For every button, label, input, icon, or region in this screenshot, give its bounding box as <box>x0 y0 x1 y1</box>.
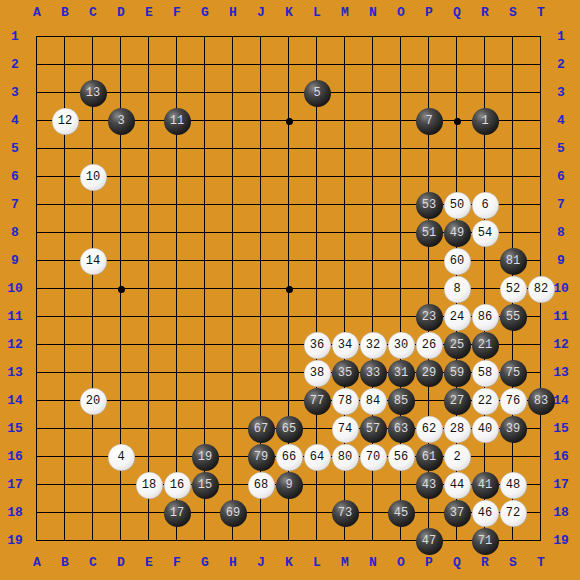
board-cell-B2[interactable] <box>51 51 79 79</box>
board-cell-E11[interactable] <box>135 303 163 331</box>
board-cell-D12[interactable] <box>107 331 135 359</box>
board-cell-E13[interactable] <box>135 359 163 387</box>
stone-move-number: 3 <box>117 108 124 135</box>
column-label-A: A <box>23 3 51 23</box>
board-cell-H8[interactable] <box>219 219 247 247</box>
board-cell-S6[interactable] <box>499 163 527 191</box>
board-cell-B15[interactable] <box>51 415 79 443</box>
board-cell-J10[interactable] <box>247 275 275 303</box>
board-cell-J19[interactable] <box>247 527 275 555</box>
board-cell-G14[interactable] <box>191 387 219 415</box>
board-cell-N19[interactable] <box>359 527 387 555</box>
board-cell-H12[interactable] <box>219 331 247 359</box>
board-cell-B17[interactable] <box>51 471 79 499</box>
column-label-N: N <box>359 553 387 573</box>
board-cell-J11[interactable] <box>247 303 275 331</box>
board-cell-K9[interactable] <box>275 247 303 275</box>
board-cell-A5[interactable] <box>23 135 51 163</box>
board-cell-C4[interactable] <box>79 107 107 135</box>
board-cell-G10[interactable] <box>191 275 219 303</box>
board-cell-D1[interactable] <box>107 23 135 51</box>
board-cell-H17[interactable] <box>219 471 247 499</box>
board-cell-S19[interactable] <box>499 527 527 555</box>
board-cell-G13[interactable] <box>191 359 219 387</box>
board-cell-M7[interactable] <box>331 191 359 219</box>
board-cell-L17[interactable] <box>303 471 331 499</box>
stone-move-number: 12 <box>58 108 72 135</box>
board-cell-L8[interactable] <box>303 219 331 247</box>
board-cell-G7[interactable] <box>191 191 219 219</box>
board-cell-B16[interactable] <box>51 443 79 471</box>
board-cell-M5[interactable] <box>331 135 359 163</box>
board-cell-Q3[interactable] <box>443 79 471 107</box>
board-cell-G4[interactable] <box>191 107 219 135</box>
board-cell-P14[interactable] <box>415 387 443 415</box>
board-cell-A11[interactable] <box>23 303 51 331</box>
board-cell-O11[interactable] <box>387 303 415 331</box>
board-cell-F1[interactable] <box>163 23 191 51</box>
board-cell-B18[interactable] <box>51 499 79 527</box>
board-cell-A18[interactable] <box>23 499 51 527</box>
board-cell-E10[interactable] <box>135 275 163 303</box>
board-cell-T5[interactable] <box>527 135 555 163</box>
board-cell-H11[interactable] <box>219 303 247 331</box>
board-cell-S2[interactable] <box>499 51 527 79</box>
board-cell-O19[interactable] <box>387 527 415 555</box>
board-cell-F10[interactable] <box>163 275 191 303</box>
board-cell-E9[interactable] <box>135 247 163 275</box>
board-cell-T6[interactable] <box>527 163 555 191</box>
board-cell-D15[interactable] <box>107 415 135 443</box>
board-cell-M11[interactable] <box>331 303 359 331</box>
board-cell-B13[interactable] <box>51 359 79 387</box>
board-cell-C7[interactable] <box>79 191 107 219</box>
board-cell-F11[interactable] <box>163 303 191 331</box>
board-cell-T13[interactable] <box>527 359 555 387</box>
board-cell-N10[interactable] <box>359 275 387 303</box>
board-cell-O1[interactable] <box>387 23 415 51</box>
board-cell-R6[interactable] <box>471 163 499 191</box>
board-cell-F6[interactable] <box>163 163 191 191</box>
board-cell-L7[interactable] <box>303 191 331 219</box>
board-cell-R5[interactable] <box>471 135 499 163</box>
board-cell-T11[interactable] <box>527 303 555 331</box>
board-cell-T19[interactable] <box>527 527 555 555</box>
board-cell-J14[interactable] <box>247 387 275 415</box>
board-cell-N18[interactable] <box>359 499 387 527</box>
board-cell-O5[interactable] <box>387 135 415 163</box>
board-cell-F19[interactable] <box>163 527 191 555</box>
board-cell-P5[interactable] <box>415 135 443 163</box>
board-cell-G2[interactable] <box>191 51 219 79</box>
stone-move-number: 11 <box>170 108 184 135</box>
board-cell-H10[interactable] <box>219 275 247 303</box>
stone-white-P15: 62 <box>416 416 443 443</box>
board-cell-A10[interactable] <box>23 275 51 303</box>
board-cell-E8[interactable] <box>135 219 163 247</box>
board-cell-L6[interactable] <box>303 163 331 191</box>
board-cell-L10[interactable] <box>303 275 331 303</box>
board-cell-O10[interactable] <box>387 275 415 303</box>
board-cell-B9[interactable] <box>51 247 79 275</box>
stone-white-Q11: 24 <box>444 304 471 331</box>
board-cell-M6[interactable] <box>331 163 359 191</box>
board-cell-H7[interactable] <box>219 191 247 219</box>
board-cell-K1[interactable] <box>275 23 303 51</box>
board-cell-C16[interactable] <box>79 443 107 471</box>
board-cell-S7[interactable] <box>499 191 527 219</box>
board-cell-M9[interactable] <box>331 247 359 275</box>
board-cell-D5[interactable] <box>107 135 135 163</box>
board-cell-D17[interactable] <box>107 471 135 499</box>
board-cell-K14[interactable] <box>275 387 303 415</box>
board-cell-N3[interactable] <box>359 79 387 107</box>
board-cell-T16[interactable] <box>527 443 555 471</box>
board-cell-G1[interactable] <box>191 23 219 51</box>
board-cell-C19[interactable] <box>79 527 107 555</box>
board-cell-F2[interactable] <box>163 51 191 79</box>
board-cell-K3[interactable] <box>275 79 303 107</box>
board-cell-T1[interactable] <box>527 23 555 51</box>
board-cell-L5[interactable] <box>303 135 331 163</box>
board-cell-P2[interactable] <box>415 51 443 79</box>
board-cell-N2[interactable] <box>359 51 387 79</box>
board-cell-F9[interactable] <box>163 247 191 275</box>
board-cell-F5[interactable] <box>163 135 191 163</box>
board-cell-E15[interactable] <box>135 415 163 443</box>
board-cell-J4[interactable] <box>247 107 275 135</box>
board-cell-T15[interactable] <box>527 415 555 443</box>
board-cell-N1[interactable] <box>359 23 387 51</box>
board-cell-A12[interactable] <box>23 331 51 359</box>
column-labels-bottom: ABCDEFGHJKLMNOPQRST <box>23 553 555 573</box>
board-cell-P1[interactable] <box>415 23 443 51</box>
board-cell-A8[interactable] <box>23 219 51 247</box>
board-cell-G18[interactable] <box>191 499 219 527</box>
board-cell-T2[interactable] <box>527 51 555 79</box>
board-cell-G3[interactable] <box>191 79 219 107</box>
board-cell-C13[interactable] <box>79 359 107 387</box>
board-cell-B19[interactable] <box>51 527 79 555</box>
board-cell-S16[interactable] <box>499 443 527 471</box>
board-cell-Q2[interactable] <box>443 51 471 79</box>
column-label-B: B <box>51 553 79 573</box>
board-cell-L18[interactable] <box>303 499 331 527</box>
board-cell-F3[interactable] <box>163 79 191 107</box>
board-cell-H2[interactable] <box>219 51 247 79</box>
board-cell-K6[interactable] <box>275 163 303 191</box>
board-cell-P9[interactable] <box>415 247 443 275</box>
board-cell-C10[interactable] <box>79 275 107 303</box>
board-cell-T17[interactable] <box>527 471 555 499</box>
board-cell-R10[interactable] <box>471 275 499 303</box>
board-cell-P6[interactable] <box>415 163 443 191</box>
board-cell-E14[interactable] <box>135 387 163 415</box>
board-cell-F15[interactable] <box>163 415 191 443</box>
board-cell-E5[interactable] <box>135 135 163 163</box>
board-cell-O9[interactable] <box>387 247 415 275</box>
board-cell-E6[interactable] <box>135 163 163 191</box>
board-cell-Q5[interactable] <box>443 135 471 163</box>
board-cell-L1[interactable] <box>303 23 331 51</box>
board-cell-P3[interactable] <box>415 79 443 107</box>
board-cell-T4[interactable] <box>527 107 555 135</box>
board-cell-L15[interactable] <box>303 415 331 443</box>
board-cell-M17[interactable] <box>331 471 359 499</box>
board-cell-O4[interactable] <box>387 107 415 135</box>
board-cell-B14[interactable] <box>51 387 79 415</box>
board-cell-B1[interactable] <box>51 23 79 51</box>
board-cell-A15[interactable] <box>23 415 51 443</box>
stone-move-number: 16 <box>170 472 184 499</box>
board-cell-O3[interactable] <box>387 79 415 107</box>
board-cell-L19[interactable] <box>303 527 331 555</box>
board-cell-E1[interactable] <box>135 23 163 51</box>
board-cell-F13[interactable] <box>163 359 191 387</box>
board-cell-O8[interactable] <box>387 219 415 247</box>
board-cell-A6[interactable] <box>23 163 51 191</box>
stone-move-number: 2 <box>453 444 460 471</box>
board-cell-C11[interactable] <box>79 303 107 331</box>
stone-move-number: 26 <box>422 332 436 359</box>
board-cell-B5[interactable] <box>51 135 79 163</box>
board-cell-H5[interactable] <box>219 135 247 163</box>
board-cell-A13[interactable] <box>23 359 51 387</box>
stone-white-C14: 20 <box>80 388 107 415</box>
board-cell-A3[interactable] <box>23 79 51 107</box>
board-cell-E4[interactable] <box>135 107 163 135</box>
board-cell-H9[interactable] <box>219 247 247 275</box>
board-cell-B3[interactable] <box>51 79 79 107</box>
board-cell-N11[interactable] <box>359 303 387 331</box>
board-cell-B6[interactable] <box>51 163 79 191</box>
board-cell-M10[interactable] <box>331 275 359 303</box>
board-cell-M3[interactable] <box>331 79 359 107</box>
board-cell-C2[interactable] <box>79 51 107 79</box>
board-cell-J3[interactable] <box>247 79 275 107</box>
board-cell-S12[interactable] <box>499 331 527 359</box>
board-cell-N8[interactable] <box>359 219 387 247</box>
board-cell-K18[interactable] <box>275 499 303 527</box>
board-cell-L9[interactable] <box>303 247 331 275</box>
board-cell-M2[interactable] <box>331 51 359 79</box>
board-cell-G8[interactable] <box>191 219 219 247</box>
board-cell-J5[interactable] <box>247 135 275 163</box>
board-cell-H19[interactable] <box>219 527 247 555</box>
stone-black-S11: 55 <box>500 304 527 331</box>
stone-black-S15: 39 <box>500 416 527 443</box>
board-cell-H3[interactable] <box>219 79 247 107</box>
board-cell-J12[interactable] <box>247 331 275 359</box>
board-cell-J13[interactable] <box>247 359 275 387</box>
board-cell-D7[interactable] <box>107 191 135 219</box>
stone-move-number: 6 <box>481 192 488 219</box>
board-cell-A1[interactable] <box>23 23 51 51</box>
board-cell-H6[interactable] <box>219 163 247 191</box>
board-cell-F8[interactable] <box>163 219 191 247</box>
board-cell-M8[interactable] <box>331 219 359 247</box>
board-cell-C15[interactable] <box>79 415 107 443</box>
board-cell-C18[interactable] <box>79 499 107 527</box>
board-cell-D19[interactable] <box>107 527 135 555</box>
board-cell-D11[interactable] <box>107 303 135 331</box>
board-cell-L11[interactable] <box>303 303 331 331</box>
stone-move-number: 81 <box>506 248 520 275</box>
board-cell-S1[interactable] <box>499 23 527 51</box>
board-cell-G19[interactable] <box>191 527 219 555</box>
board-cell-K2[interactable] <box>275 51 303 79</box>
board-cell-K11[interactable] <box>275 303 303 331</box>
board-cell-C12[interactable] <box>79 331 107 359</box>
board-cell-D8[interactable] <box>107 219 135 247</box>
board-cell-J18[interactable] <box>247 499 275 527</box>
board-cell-A19[interactable] <box>23 527 51 555</box>
board-cell-T9[interactable] <box>527 247 555 275</box>
board-cell-O2[interactable] <box>387 51 415 79</box>
board-cell-B10[interactable] <box>51 275 79 303</box>
board-cell-J6[interactable] <box>247 163 275 191</box>
board-cell-C1[interactable] <box>79 23 107 51</box>
board-cell-N5[interactable] <box>359 135 387 163</box>
board-cell-S3[interactable] <box>499 79 527 107</box>
board-cell-P10[interactable] <box>415 275 443 303</box>
board-cell-C5[interactable] <box>79 135 107 163</box>
board-cell-E7[interactable] <box>135 191 163 219</box>
board-cell-T3[interactable] <box>527 79 555 107</box>
board-cell-S4[interactable] <box>499 107 527 135</box>
board-cell-K5[interactable] <box>275 135 303 163</box>
board-cell-N17[interactable] <box>359 471 387 499</box>
board-cell-O17[interactable] <box>387 471 415 499</box>
board-cell-M4[interactable] <box>331 107 359 135</box>
board-cell-D2[interactable] <box>107 51 135 79</box>
board-cell-M19[interactable] <box>331 527 359 555</box>
board-cell-P18[interactable] <box>415 499 443 527</box>
board-cell-D6[interactable] <box>107 163 135 191</box>
stone-white-R18: 46 <box>472 500 499 527</box>
board-cell-E18[interactable] <box>135 499 163 527</box>
board-cell-N9[interactable] <box>359 247 387 275</box>
board-cell-D9[interactable] <box>107 247 135 275</box>
board-cell-K19[interactable] <box>275 527 303 555</box>
board-cell-L2[interactable] <box>303 51 331 79</box>
board-cell-H13[interactable] <box>219 359 247 387</box>
board-cell-H1[interactable] <box>219 23 247 51</box>
board-cell-T7[interactable] <box>527 191 555 219</box>
board-cell-C17[interactable] <box>79 471 107 499</box>
board-cell-F7[interactable] <box>163 191 191 219</box>
board-cell-E19[interactable] <box>135 527 163 555</box>
board-cell-G6[interactable] <box>191 163 219 191</box>
board-cell-Q1[interactable] <box>443 23 471 51</box>
board-cell-F12[interactable] <box>163 331 191 359</box>
board-cell-B7[interactable] <box>51 191 79 219</box>
board-cell-G5[interactable] <box>191 135 219 163</box>
board-cell-A4[interactable] <box>23 107 51 135</box>
board-cell-T8[interactable] <box>527 219 555 247</box>
board-cell-A7[interactable] <box>23 191 51 219</box>
board-cell-L4[interactable] <box>303 107 331 135</box>
board-cell-B12[interactable] <box>51 331 79 359</box>
board-cell-C8[interactable] <box>79 219 107 247</box>
stone-white-R14: 22 <box>472 388 499 415</box>
stone-move-number: 5 <box>313 80 320 107</box>
board-cell-A9[interactable] <box>23 247 51 275</box>
board-cell-J7[interactable] <box>247 191 275 219</box>
board-cell-O6[interactable] <box>387 163 415 191</box>
board-cell-G11[interactable] <box>191 303 219 331</box>
board-cell-H14[interactable] <box>219 387 247 415</box>
board-cell-J8[interactable] <box>247 219 275 247</box>
board-cell-J9[interactable] <box>247 247 275 275</box>
board-cell-J1[interactable] <box>247 23 275 51</box>
stone-black-D4: 3 <box>108 108 135 135</box>
board-cell-R1[interactable] <box>471 23 499 51</box>
board-cell-J2[interactable] <box>247 51 275 79</box>
board-cell-B8[interactable] <box>51 219 79 247</box>
board-cell-F16[interactable] <box>163 443 191 471</box>
board-cell-K7[interactable] <box>275 191 303 219</box>
board-cell-R2[interactable] <box>471 51 499 79</box>
stone-black-J16: 79 <box>248 444 275 471</box>
board-cell-E16[interactable] <box>135 443 163 471</box>
board-cell-K13[interactable] <box>275 359 303 387</box>
board-cell-S5[interactable] <box>499 135 527 163</box>
board-cell-M1[interactable] <box>331 23 359 51</box>
board-cell-R3[interactable] <box>471 79 499 107</box>
board-cell-G12[interactable] <box>191 331 219 359</box>
board-cell-G9[interactable] <box>191 247 219 275</box>
board-cell-H16[interactable] <box>219 443 247 471</box>
board-cell-E12[interactable] <box>135 331 163 359</box>
column-label-A: A <box>23 553 51 573</box>
stone-move-number: 38 <box>310 360 324 387</box>
board-cell-T18[interactable] <box>527 499 555 527</box>
board-cell-D13[interactable] <box>107 359 135 387</box>
board-cell-H4[interactable] <box>219 107 247 135</box>
board-cell-K12[interactable] <box>275 331 303 359</box>
stone-white-T10: 82 <box>528 276 555 303</box>
board-cell-E3[interactable] <box>135 79 163 107</box>
column-label-Q: Q <box>443 553 471 573</box>
board-cell-O7[interactable] <box>387 191 415 219</box>
board-cell-A16[interactable] <box>23 443 51 471</box>
board-cell-T12[interactable] <box>527 331 555 359</box>
board-cell-Q19[interactable] <box>443 527 471 555</box>
board-cell-R16[interactable] <box>471 443 499 471</box>
stone-move-number: 4 <box>117 444 124 471</box>
stone-black-R12: 21 <box>472 332 499 359</box>
board-cell-N4[interactable] <box>359 107 387 135</box>
board-cell-K8[interactable] <box>275 219 303 247</box>
board-cell-Q6[interactable] <box>443 163 471 191</box>
board-cell-D3[interactable] <box>107 79 135 107</box>
board-cell-N6[interactable] <box>359 163 387 191</box>
board-cell-H15[interactable] <box>219 415 247 443</box>
board-cell-A2[interactable] <box>23 51 51 79</box>
board-cell-A14[interactable] <box>23 387 51 415</box>
board-cell-D14[interactable] <box>107 387 135 415</box>
board-cell-E2[interactable] <box>135 51 163 79</box>
board-cell-G15[interactable] <box>191 415 219 443</box>
board-cell-N7[interactable] <box>359 191 387 219</box>
board-cell-B11[interactable] <box>51 303 79 331</box>
board-cell-D18[interactable] <box>107 499 135 527</box>
board-cell-R9[interactable] <box>471 247 499 275</box>
board-cell-S8[interactable] <box>499 219 527 247</box>
board-cell-F14[interactable] <box>163 387 191 415</box>
board-cell-A17[interactable] <box>23 471 51 499</box>
